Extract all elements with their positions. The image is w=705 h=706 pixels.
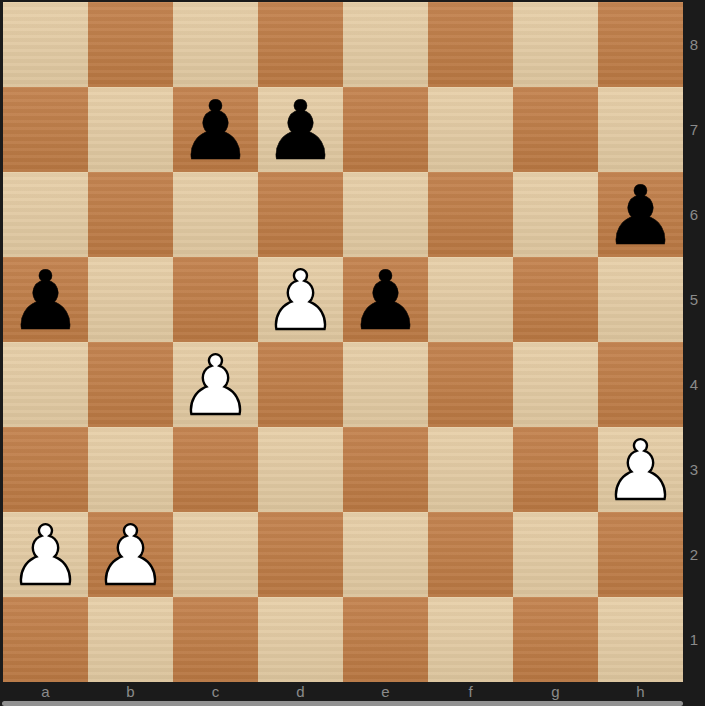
square-b8[interactable] — [88, 2, 173, 87]
square-c1[interactable] — [173, 597, 258, 682]
square-f6[interactable] — [428, 172, 513, 257]
square-f2[interactable] — [428, 512, 513, 597]
square-f7[interactable] — [428, 87, 513, 172]
rank-label-7: 7 — [683, 87, 705, 172]
black-pawn-a5[interactable]: ♟ — [3, 258, 88, 343]
file-label-g: g — [513, 682, 598, 701]
square-e5[interactable]: ♟ — [343, 257, 428, 342]
rank-label-5: 5 — [683, 257, 705, 342]
chess-app: ♟♟♟♟♟♟♟♟♟♟ 87654321 abcdefgh — [0, 0, 705, 706]
square-c8[interactable] — [173, 2, 258, 87]
square-f8[interactable] — [428, 2, 513, 87]
file-label-d: d — [258, 682, 343, 701]
square-e1[interactable] — [343, 597, 428, 682]
square-e3[interactable] — [343, 427, 428, 512]
square-e8[interactable] — [343, 2, 428, 87]
file-label-f: f — [428, 682, 513, 701]
square-f1[interactable] — [428, 597, 513, 682]
square-a2[interactable]: ♟ — [3, 512, 88, 597]
white-pawn-a2[interactable]: ♟ — [3, 513, 88, 598]
square-h5[interactable] — [598, 257, 683, 342]
square-h2[interactable] — [598, 512, 683, 597]
file-label-h: h — [598, 682, 683, 701]
square-a3[interactable] — [3, 427, 88, 512]
horizontal-scrollbar-thumb[interactable] — [2, 701, 683, 706]
square-d7[interactable]: ♟ — [258, 87, 343, 172]
square-e4[interactable] — [343, 342, 428, 427]
square-a1[interactable] — [3, 597, 88, 682]
square-d4[interactable] — [258, 342, 343, 427]
square-a5[interactable]: ♟ — [3, 257, 88, 342]
file-label-e: e — [343, 682, 428, 701]
square-d8[interactable] — [258, 2, 343, 87]
white-pawn-b2[interactable]: ♟ — [88, 513, 173, 598]
square-g2[interactable] — [513, 512, 598, 597]
square-b4[interactable] — [88, 342, 173, 427]
square-b5[interactable] — [88, 257, 173, 342]
black-pawn-d7[interactable]: ♟ — [258, 88, 343, 173]
white-pawn-h3[interactable]: ♟ — [598, 428, 683, 513]
square-g1[interactable] — [513, 597, 598, 682]
black-pawn-e5[interactable]: ♟ — [343, 258, 428, 343]
file-label-a: a — [3, 682, 88, 701]
square-a6[interactable] — [3, 172, 88, 257]
rank-label-3: 3 — [683, 427, 705, 512]
white-pawn-c4[interactable]: ♟ — [173, 343, 258, 428]
square-f3[interactable] — [428, 427, 513, 512]
square-h3[interactable]: ♟ — [598, 427, 683, 512]
square-e2[interactable] — [343, 512, 428, 597]
rank-label-2: 2 — [683, 512, 705, 597]
black-pawn-c7[interactable]: ♟ — [173, 88, 258, 173]
square-g8[interactable] — [513, 2, 598, 87]
file-label-c: c — [173, 682, 258, 701]
square-c3[interactable] — [173, 427, 258, 512]
square-g7[interactable] — [513, 87, 598, 172]
square-b3[interactable] — [88, 427, 173, 512]
square-h6[interactable]: ♟ — [598, 172, 683, 257]
square-f5[interactable] — [428, 257, 513, 342]
square-d5[interactable]: ♟ — [258, 257, 343, 342]
square-a7[interactable] — [3, 87, 88, 172]
square-b6[interactable] — [88, 172, 173, 257]
square-h1[interactable] — [598, 597, 683, 682]
rank-label-8: 8 — [683, 2, 705, 87]
square-b2[interactable]: ♟ — [88, 512, 173, 597]
square-a4[interactable] — [3, 342, 88, 427]
file-labels: abcdefgh — [3, 682, 683, 701]
square-c2[interactable] — [173, 512, 258, 597]
rank-labels: 87654321 — [683, 2, 705, 682]
board: ♟♟♟♟♟♟♟♟♟♟ — [3, 2, 683, 682]
square-c6[interactable] — [173, 172, 258, 257]
square-c7[interactable]: ♟ — [173, 87, 258, 172]
square-b7[interactable] — [88, 87, 173, 172]
square-d3[interactable] — [258, 427, 343, 512]
square-g6[interactable] — [513, 172, 598, 257]
square-c5[interactable] — [173, 257, 258, 342]
square-g5[interactable] — [513, 257, 598, 342]
square-d6[interactable] — [258, 172, 343, 257]
square-a8[interactable] — [3, 2, 88, 87]
square-c4[interactable]: ♟ — [173, 342, 258, 427]
square-e6[interactable] — [343, 172, 428, 257]
square-h7[interactable] — [598, 87, 683, 172]
square-d2[interactable] — [258, 512, 343, 597]
square-h8[interactable] — [598, 2, 683, 87]
black-pawn-h6[interactable]: ♟ — [598, 173, 683, 258]
square-g3[interactable] — [513, 427, 598, 512]
square-b1[interactable] — [88, 597, 173, 682]
file-label-b: b — [88, 682, 173, 701]
square-d1[interactable] — [258, 597, 343, 682]
rank-label-6: 6 — [683, 172, 705, 257]
white-pawn-d5[interactable]: ♟ — [258, 258, 343, 343]
square-f4[interactable] — [428, 342, 513, 427]
rank-label-1: 1 — [683, 597, 705, 682]
square-e7[interactable] — [343, 87, 428, 172]
square-h4[interactable] — [598, 342, 683, 427]
rank-label-4: 4 — [683, 342, 705, 427]
square-g4[interactable] — [513, 342, 598, 427]
